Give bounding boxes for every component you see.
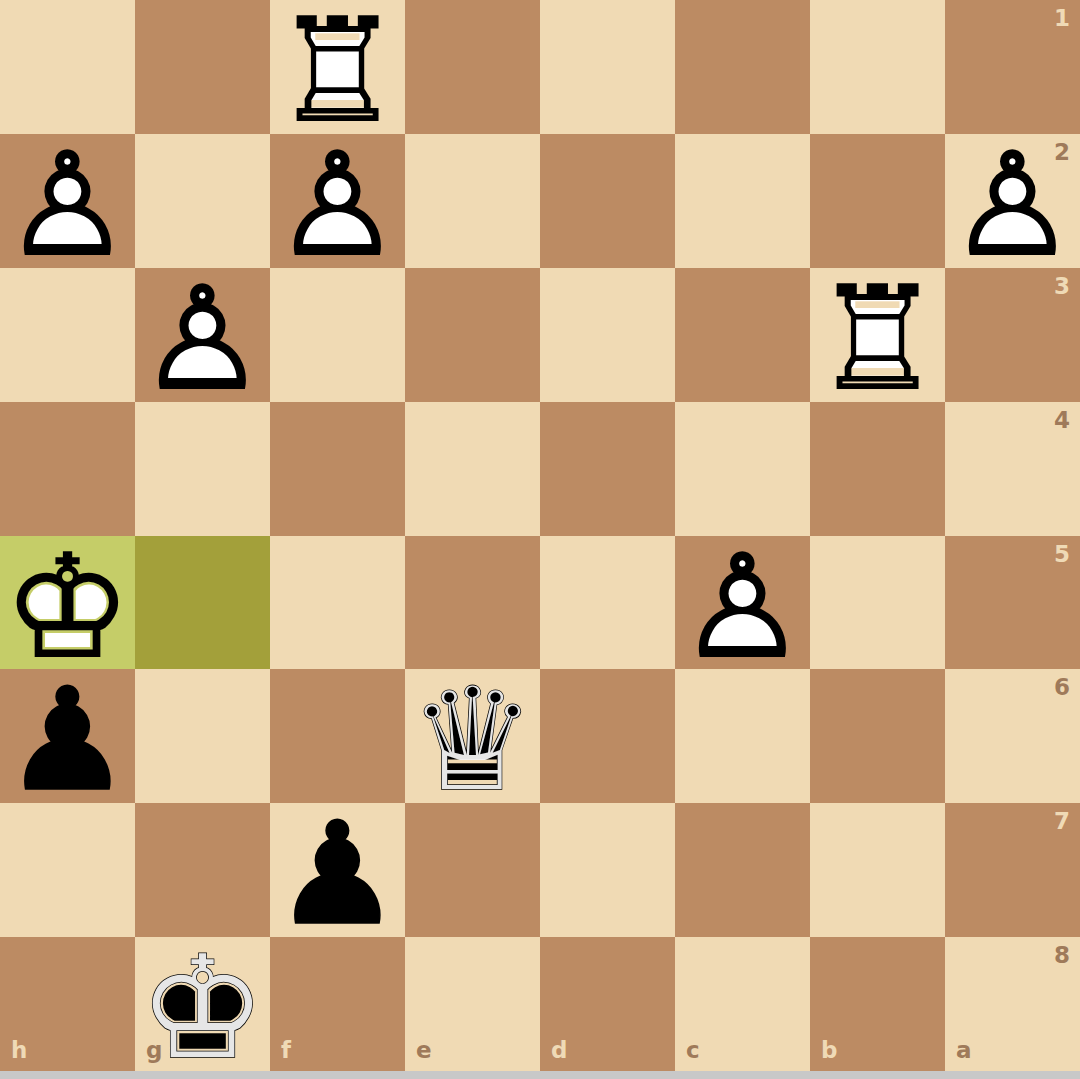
white-rook-glyph: ♜	[274, 0, 401, 142]
rank-label-6: 6	[1054, 676, 1070, 699]
square-g6[interactable]	[135, 669, 270, 803]
square-a3[interactable]: 3	[945, 268, 1080, 402]
square-b2[interactable]	[810, 134, 945, 268]
square-h4[interactable]	[0, 402, 135, 536]
square-e4[interactable]	[405, 402, 540, 536]
file-label-c: c	[686, 1039, 700, 1062]
square-d5[interactable]	[540, 536, 675, 670]
black-king-piece[interactable]: ♚♔	[135, 937, 270, 1071]
square-c5[interactable]: ♟♙	[675, 536, 810, 670]
square-b5[interactable]	[810, 536, 945, 670]
square-f8[interactable]: f	[270, 937, 405, 1071]
square-d6[interactable]	[540, 669, 675, 803]
rank-label-5: 5	[1054, 543, 1070, 566]
white-pawn-glyph: ♟	[139, 268, 266, 410]
square-d2[interactable]	[540, 134, 675, 268]
square-g3[interactable]: ♟♙	[135, 268, 270, 402]
square-b8[interactable]: b	[810, 937, 945, 1071]
file-label-f: f	[281, 1039, 291, 1062]
square-a8[interactable]: 8a	[945, 937, 1080, 1071]
square-c3[interactable]	[675, 268, 810, 402]
rank-label-1: 1	[1054, 7, 1070, 30]
square-e6[interactable]: ♛♕	[405, 669, 540, 803]
black-pawn-glyph: ♟	[4, 669, 131, 811]
white-pawn-outline-glyph: ♙	[274, 134, 401, 276]
black-pawn-piece[interactable]: ♟	[270, 803, 405, 937]
white-king-outline-glyph: ♔	[4, 536, 131, 678]
square-c4[interactable]	[675, 402, 810, 536]
square-e7[interactable]	[405, 803, 540, 937]
black-pawn-piece[interactable]: ♟	[0, 669, 135, 803]
square-h7[interactable]	[0, 803, 135, 937]
square-a5[interactable]: 5	[945, 536, 1080, 670]
white-pawn-glyph: ♟	[4, 134, 131, 276]
white-pawn-outline-glyph: ♙	[679, 536, 806, 678]
white-pawn-glyph: ♟	[949, 134, 1076, 276]
square-h3[interactable]	[0, 268, 135, 402]
square-d7[interactable]	[540, 803, 675, 937]
square-e8[interactable]: e	[405, 937, 540, 1071]
square-c2[interactable]	[675, 134, 810, 268]
square-b6[interactable]	[810, 669, 945, 803]
white-pawn-piece[interactable]: ♟♙	[270, 134, 405, 268]
square-g8[interactable]: g♚♔	[135, 937, 270, 1071]
square-d3[interactable]	[540, 268, 675, 402]
square-c1[interactable]	[675, 0, 810, 134]
white-pawn-outline-glyph: ♙	[949, 134, 1076, 276]
white-rook-outline-glyph: ♖	[814, 268, 941, 410]
square-h5[interactable]: ♚♔	[0, 536, 135, 670]
page: ♜♖1♟♙♟♙2♟♙♟♙♜♖34♚♔♟♙5♟♛♕6♟7hg♚♔fedcb8a	[0, 0, 1080, 1079]
file-label-e: e	[416, 1039, 432, 1062]
white-pawn-outline-glyph: ♙	[4, 134, 131, 276]
file-label-a: a	[956, 1039, 972, 1062]
rank-label-4: 4	[1054, 409, 1070, 432]
white-rook-piece[interactable]: ♜♖	[270, 0, 405, 134]
file-label-d: d	[551, 1039, 567, 1062]
square-h1[interactable]	[0, 0, 135, 134]
square-a2[interactable]: 2♟♙	[945, 134, 1080, 268]
square-g1[interactable]	[135, 0, 270, 134]
white-pawn-glyph: ♟	[679, 536, 806, 678]
square-d1[interactable]	[540, 0, 675, 134]
white-pawn-piece[interactable]: ♟♙	[675, 536, 810, 670]
file-label-h: h	[11, 1039, 27, 1062]
square-e1[interactable]	[405, 0, 540, 134]
white-pawn-piece[interactable]: ♟♙	[135, 268, 270, 402]
square-f7[interactable]: ♟	[270, 803, 405, 937]
square-g4[interactable]	[135, 402, 270, 536]
square-h2[interactable]: ♟♙	[0, 134, 135, 268]
square-g2[interactable]	[135, 134, 270, 268]
square-h6[interactable]: ♟	[0, 669, 135, 803]
square-a1[interactable]: 1	[945, 0, 1080, 134]
file-label-b: b	[821, 1039, 837, 1062]
black-queen-piece[interactable]: ♛♕	[405, 669, 540, 803]
white-pawn-glyph: ♟	[274, 134, 401, 276]
square-b1[interactable]	[810, 0, 945, 134]
square-e3[interactable]	[405, 268, 540, 402]
rank-label-3: 3	[1054, 275, 1070, 298]
black-queen-outline-glyph: ♕	[409, 669, 536, 811]
square-c6[interactable]	[675, 669, 810, 803]
square-f3[interactable]	[270, 268, 405, 402]
white-pawn-piece[interactable]: ♟♙	[945, 134, 1080, 268]
white-rook-glyph: ♜	[814, 268, 941, 410]
square-g5[interactable]	[135, 536, 270, 670]
white-rook-piece[interactable]: ♜♖	[810, 268, 945, 402]
square-e2[interactable]	[405, 134, 540, 268]
square-g7[interactable]	[135, 803, 270, 937]
square-f1[interactable]: ♜♖	[270, 0, 405, 134]
square-e5[interactable]	[405, 536, 540, 670]
square-b3[interactable]: ♜♖	[810, 268, 945, 402]
square-f2[interactable]: ♟♙	[270, 134, 405, 268]
white-pawn-outline-glyph: ♙	[139, 268, 266, 410]
square-f6[interactable]	[270, 669, 405, 803]
square-a4[interactable]: 4	[945, 402, 1080, 536]
black-king-glyph: ♚	[139, 937, 266, 1079]
square-d4[interactable]	[540, 402, 675, 536]
square-h8[interactable]: h	[0, 937, 135, 1071]
page-background-strip	[0, 1071, 1080, 1079]
square-a6[interactable]: 6	[945, 669, 1080, 803]
square-f4[interactable]	[270, 402, 405, 536]
white-king-piece[interactable]: ♚♔	[0, 536, 135, 670]
black-pawn-glyph: ♟	[274, 803, 401, 945]
chess-board[interactable]: ♜♖1♟♙♟♙2♟♙♟♙♜♖34♚♔♟♙5♟♛♕6♟7hg♚♔fedcb8a	[0, 0, 1080, 1071]
square-b4[interactable]	[810, 402, 945, 536]
black-queen-glyph: ♛	[409, 669, 536, 811]
rank-label-7: 7	[1054, 810, 1070, 833]
rank-label-8: 8	[1054, 944, 1070, 967]
square-f5[interactable]	[270, 536, 405, 670]
square-d8[interactable]: d	[540, 937, 675, 1071]
square-a7[interactable]: 7	[945, 803, 1080, 937]
square-c7[interactable]	[675, 803, 810, 937]
square-b7[interactable]	[810, 803, 945, 937]
square-c8[interactable]: c	[675, 937, 810, 1071]
black-king-outline-glyph: ♔	[139, 937, 266, 1079]
white-king-glyph: ♚	[4, 536, 131, 678]
white-pawn-piece[interactable]: ♟♙	[0, 134, 135, 268]
white-rook-outline-glyph: ♖	[274, 0, 401, 142]
